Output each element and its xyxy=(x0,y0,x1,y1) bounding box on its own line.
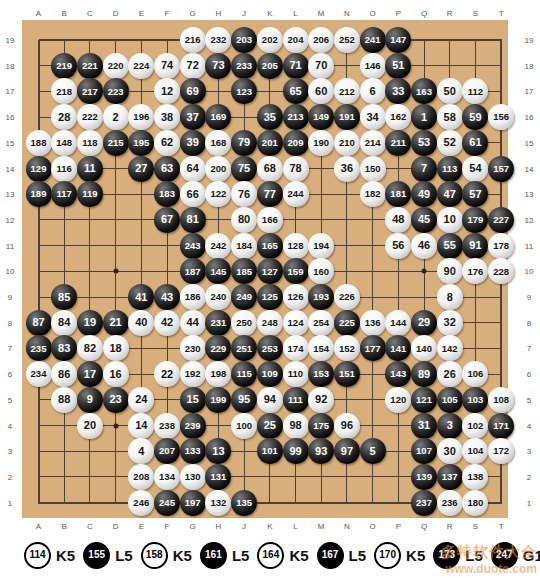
stone-O17: 6 xyxy=(360,78,386,104)
stone-F15: 62 xyxy=(154,130,180,156)
stone-O15: 214 xyxy=(360,130,386,156)
stone-M11: 194 xyxy=(308,233,334,259)
stone-R17: 50 xyxy=(437,78,463,104)
caption-point-label: G1 xyxy=(523,547,540,564)
coord-label-right: 7 xyxy=(527,344,531,353)
stone-H9: 240 xyxy=(205,284,231,310)
caption-stone-247: 247 xyxy=(491,542,518,569)
stone-R10: 90 xyxy=(437,258,463,284)
caption-stone-164: 164 xyxy=(257,542,284,569)
stone-J7: 251 xyxy=(231,335,257,361)
stone-K14: 68 xyxy=(257,156,283,182)
stone-P17: 33 xyxy=(385,78,411,104)
stone-S16: 59 xyxy=(462,104,488,130)
stone-K10: 127 xyxy=(257,258,283,284)
stone-A7: 235 xyxy=(26,335,52,361)
stone-B18: 219 xyxy=(51,53,77,79)
coord-label-bottom: R xyxy=(447,522,453,531)
stone-F9: 43 xyxy=(154,284,180,310)
stone-H5: 199 xyxy=(205,387,231,413)
stone-Q8: 29 xyxy=(411,310,437,336)
stone-P19: 147 xyxy=(385,27,411,53)
coord-label-left: 13 xyxy=(6,190,15,199)
stone-P8: 144 xyxy=(385,310,411,336)
stone-J15: 79 xyxy=(231,130,257,156)
stone-N6: 151 xyxy=(334,361,360,387)
coord-label-top: K xyxy=(267,9,272,18)
stone-L13: 244 xyxy=(283,181,309,207)
coord-label-right: 9 xyxy=(527,293,531,302)
stone-K12: 166 xyxy=(257,207,283,233)
stone-K15: 201 xyxy=(257,130,283,156)
stone-B17: 218 xyxy=(51,78,77,104)
coord-label-left: 7 xyxy=(8,344,12,353)
stone-N8: 225 xyxy=(334,310,360,336)
coord-label-top: N xyxy=(344,9,350,18)
stone-G17: 69 xyxy=(180,78,206,104)
caption-point-label: L5 xyxy=(465,547,486,564)
stone-H2: 131 xyxy=(205,464,231,490)
stone-L19: 204 xyxy=(283,27,309,53)
stone-P15: 211 xyxy=(385,130,411,156)
stone-O14: 150 xyxy=(360,156,386,182)
stone-M3: 93 xyxy=(308,438,334,464)
star-point xyxy=(113,269,118,274)
coord-label-bottom: M xyxy=(318,522,325,531)
stone-R16: 58 xyxy=(437,104,463,130)
stone-M6: 153 xyxy=(308,361,334,387)
coord-label-bottom: E xyxy=(139,522,144,531)
coord-label-bottom: P xyxy=(396,522,401,531)
stone-K7: 253 xyxy=(257,335,283,361)
stone-G5: 15 xyxy=(180,387,206,413)
coord-label-right: 16 xyxy=(525,113,534,122)
stone-F8: 42 xyxy=(154,310,180,336)
stone-R8: 32 xyxy=(437,310,463,336)
coord-label-top: D xyxy=(113,9,119,18)
stone-H7: 229 xyxy=(205,335,231,361)
stone-G9: 186 xyxy=(180,284,206,310)
stone-B15: 148 xyxy=(51,130,77,156)
star-point xyxy=(422,269,427,274)
stone-E3: 4 xyxy=(128,438,154,464)
stone-C15: 118 xyxy=(77,130,103,156)
coord-label-right: 14 xyxy=(525,164,534,173)
coord-label-right: 12 xyxy=(525,215,534,224)
stone-J10: 185 xyxy=(231,258,257,284)
stone-G10: 187 xyxy=(180,258,206,284)
stone-R12: 10 xyxy=(437,207,463,233)
stone-K6: 109 xyxy=(257,361,283,387)
stone-R2: 137 xyxy=(437,464,463,490)
stone-M4: 175 xyxy=(308,413,334,439)
stone-M8: 254 xyxy=(308,310,334,336)
stone-G11: 243 xyxy=(180,233,206,259)
stone-T16: 156 xyxy=(488,104,514,130)
stone-E2: 208 xyxy=(128,464,154,490)
stone-Q11: 46 xyxy=(411,233,437,259)
coord-label-left: 11 xyxy=(6,241,14,250)
coord-label-bottom: T xyxy=(499,522,504,531)
caption-point-label: K5 xyxy=(406,547,428,564)
stone-G2: 130 xyxy=(180,464,206,490)
stone-E8: 40 xyxy=(128,310,154,336)
stone-O7: 177 xyxy=(360,335,386,361)
stone-K19: 202 xyxy=(257,27,283,53)
stone-F14: 63 xyxy=(154,156,180,182)
coord-label-top: H xyxy=(216,9,222,18)
stone-M15: 190 xyxy=(308,130,334,156)
stone-C4: 20 xyxy=(77,413,103,439)
stone-S13: 57 xyxy=(462,181,488,207)
stone-J5: 95 xyxy=(231,387,257,413)
stone-Q1: 237 xyxy=(411,490,437,516)
stone-M10: 160 xyxy=(308,258,334,284)
stone-S11: 91 xyxy=(462,233,488,259)
stone-M17: 60 xyxy=(308,78,334,104)
stone-O19: 241 xyxy=(360,27,386,53)
stone-F18: 74 xyxy=(154,53,180,79)
coord-label-left: 2 xyxy=(8,472,12,481)
coord-label-top: A xyxy=(36,9,41,18)
caption-point-label: K5 xyxy=(289,547,311,564)
stone-R3: 30 xyxy=(437,438,463,464)
caption-stone-161: 161 xyxy=(200,542,227,569)
stone-F13: 183 xyxy=(154,181,180,207)
stone-Q4: 31 xyxy=(411,413,437,439)
coord-label-left: 12 xyxy=(6,215,15,224)
stone-B5: 88 xyxy=(51,387,77,413)
coord-label-left: 14 xyxy=(6,164,15,173)
coord-label-top: T xyxy=(499,9,504,18)
stone-L6: 110 xyxy=(283,361,309,387)
coord-label-bottom: B xyxy=(62,522,67,531)
stone-D17: 223 xyxy=(103,78,129,104)
stone-L9: 126 xyxy=(283,284,309,310)
stone-T4: 171 xyxy=(488,413,514,439)
stone-B9: 85 xyxy=(51,284,77,310)
coord-label-bottom: N xyxy=(344,522,350,531)
coord-label-right: 8 xyxy=(527,318,531,327)
coord-label-right: 13 xyxy=(525,190,534,199)
stone-B13: 117 xyxy=(51,181,77,207)
stone-H6: 198 xyxy=(205,361,231,387)
stone-T12: 227 xyxy=(488,207,514,233)
stone-N14: 36 xyxy=(334,156,360,182)
stone-M18: 70 xyxy=(308,53,334,79)
stone-B16: 28 xyxy=(51,104,77,130)
stone-G16: 37 xyxy=(180,104,206,130)
stone-K13: 77 xyxy=(257,181,283,207)
stone-J8: 250 xyxy=(231,310,257,336)
coord-label-top: B xyxy=(62,9,67,18)
coord-label-left: 1 xyxy=(8,498,12,507)
stone-J13: 76 xyxy=(231,181,257,207)
stone-F1: 245 xyxy=(154,490,180,516)
stone-R13: 47 xyxy=(437,181,463,207)
grid-line-v xyxy=(38,40,40,504)
stone-P5: 120 xyxy=(385,387,411,413)
stone-L11: 128 xyxy=(283,233,309,259)
stone-Q13: 49 xyxy=(411,181,437,207)
coord-label-bottom: K xyxy=(267,522,272,531)
stone-L10: 159 xyxy=(283,258,309,284)
stone-F17: 12 xyxy=(154,78,180,104)
stone-M19: 206 xyxy=(308,27,334,53)
stone-T11: 178 xyxy=(488,233,514,259)
stone-L7: 174 xyxy=(283,335,309,361)
stone-F2: 134 xyxy=(154,464,180,490)
coord-label-top: R xyxy=(447,9,453,18)
stone-Q6: 89 xyxy=(411,361,437,387)
coord-label-top: J xyxy=(242,9,246,18)
stone-R4: 3 xyxy=(437,413,463,439)
coord-label-right: 19 xyxy=(525,36,534,45)
stone-G12: 81 xyxy=(180,207,206,233)
stone-C6: 17 xyxy=(77,361,103,387)
coord-label-top: G xyxy=(190,9,196,18)
coord-label-right: 10 xyxy=(525,267,534,276)
stone-O8: 136 xyxy=(360,310,386,336)
coord-label-top: E xyxy=(139,9,144,18)
stone-G6: 192 xyxy=(180,361,206,387)
stone-F16: 38 xyxy=(154,104,180,130)
stone-D15: 215 xyxy=(103,130,129,156)
coord-label-left: 5 xyxy=(8,395,12,404)
coord-label-left: 9 xyxy=(8,293,12,302)
stone-T14: 157 xyxy=(488,156,514,182)
stone-N9: 226 xyxy=(334,284,360,310)
stone-L18: 71 xyxy=(283,53,309,79)
caption-point-label: L5 xyxy=(115,547,136,564)
stone-B6: 86 xyxy=(51,361,77,387)
stone-J17: 123 xyxy=(231,78,257,104)
stone-H13: 122 xyxy=(205,181,231,207)
stone-G14: 64 xyxy=(180,156,206,182)
stone-R7: 142 xyxy=(437,335,463,361)
stone-D6: 16 xyxy=(103,361,129,387)
caption-stone-167: 167 xyxy=(317,542,344,569)
coord-label-right: 17 xyxy=(525,87,534,96)
stone-M9: 193 xyxy=(308,284,334,310)
stone-B14: 116 xyxy=(51,156,77,182)
stone-E16: 196 xyxy=(128,104,154,130)
stone-L14: 78 xyxy=(283,156,309,182)
stone-L16: 213 xyxy=(283,104,309,130)
coord-label-right: 18 xyxy=(525,61,534,70)
caption-point-label: K5 xyxy=(173,547,195,564)
stone-G3: 133 xyxy=(180,438,206,464)
stone-P12: 48 xyxy=(385,207,411,233)
stone-O3: 5 xyxy=(360,438,386,464)
stone-B7: 83 xyxy=(51,335,77,361)
stone-J6: 115 xyxy=(231,361,257,387)
stone-Q17: 163 xyxy=(411,78,437,104)
stone-E5: 24 xyxy=(128,387,154,413)
coord-label-bottom: J xyxy=(242,522,246,531)
stone-G4: 239 xyxy=(180,413,206,439)
stone-A14: 129 xyxy=(26,156,52,182)
stone-D5: 23 xyxy=(103,387,129,413)
coord-label-bottom: C xyxy=(87,522,93,531)
stone-H11: 242 xyxy=(205,233,231,259)
coord-label-bottom: D xyxy=(113,522,119,531)
stone-R14: 113 xyxy=(437,156,463,182)
coord-label-left: 10 xyxy=(6,267,15,276)
stone-S17: 112 xyxy=(462,78,488,104)
stone-J12: 80 xyxy=(231,207,257,233)
stone-S1: 180 xyxy=(462,490,488,516)
stone-P18: 51 xyxy=(385,53,411,79)
coord-label-left: 8 xyxy=(8,318,12,327)
stone-H19: 232 xyxy=(205,27,231,53)
stone-L8: 124 xyxy=(283,310,309,336)
stone-N19: 252 xyxy=(334,27,360,53)
coord-label-bottom: F xyxy=(165,522,170,531)
stone-Q5: 121 xyxy=(411,387,437,413)
caption-moves: 114K5155L5158K5161L5164K5167L5170K5173L5… xyxy=(0,532,540,578)
stone-P6: 143 xyxy=(385,361,411,387)
caption-stone-114: 114 xyxy=(24,542,51,569)
stone-Q15: 53 xyxy=(411,130,437,156)
stone-D16: 2 xyxy=(103,104,129,130)
coord-label-bottom: Q xyxy=(421,522,427,531)
stone-G7: 230 xyxy=(180,335,206,361)
stone-E15: 195 xyxy=(128,130,154,156)
coord-label-right: 15 xyxy=(525,138,534,147)
coord-label-left: 4 xyxy=(8,421,12,430)
stone-J14: 75 xyxy=(231,156,257,182)
stone-H16: 169 xyxy=(205,104,231,130)
stone-B8: 84 xyxy=(51,310,77,336)
stone-C7: 82 xyxy=(77,335,103,361)
coord-label-bottom: S xyxy=(473,522,478,531)
stone-N7: 152 xyxy=(334,335,360,361)
coord-label-right: 5 xyxy=(527,395,531,404)
stone-D18: 220 xyxy=(103,53,129,79)
caption-point-label: K5 xyxy=(56,547,78,564)
stone-P11: 56 xyxy=(385,233,411,259)
stone-S6: 106 xyxy=(462,361,488,387)
coord-label-top: S xyxy=(473,9,478,18)
stone-H14: 200 xyxy=(205,156,231,182)
stone-Q16: 1 xyxy=(411,104,437,130)
stone-N16: 191 xyxy=(334,104,360,130)
stone-O16: 34 xyxy=(360,104,386,130)
stone-F4: 238 xyxy=(154,413,180,439)
coord-label-left: 6 xyxy=(8,370,12,379)
stone-R1: 236 xyxy=(437,490,463,516)
stone-Q7: 140 xyxy=(411,335,437,361)
coord-label-left: 17 xyxy=(6,87,15,96)
coord-label-right: 11 xyxy=(525,241,533,250)
coord-label-bottom: G xyxy=(190,522,196,531)
stone-H3: 13 xyxy=(205,438,231,464)
coord-label-left: 16 xyxy=(6,113,15,122)
stone-M7: 154 xyxy=(308,335,334,361)
stone-J1: 135 xyxy=(231,490,257,516)
stone-A15: 188 xyxy=(26,130,52,156)
coord-label-right: 6 xyxy=(527,370,531,379)
stone-E4: 14 xyxy=(128,413,154,439)
stone-F6: 22 xyxy=(154,361,180,387)
stone-Q3: 107 xyxy=(411,438,437,464)
stone-J9: 249 xyxy=(231,284,257,310)
stone-P16: 162 xyxy=(385,104,411,130)
coord-label-top: M xyxy=(318,9,325,18)
coord-label-top: F xyxy=(165,9,170,18)
stone-N4: 96 xyxy=(334,413,360,439)
stone-R5: 105 xyxy=(437,387,463,413)
stone-T10: 228 xyxy=(488,258,514,284)
caption-stone-158: 158 xyxy=(141,542,168,569)
stone-P7: 141 xyxy=(385,335,411,361)
coord-label-left: 3 xyxy=(8,447,12,456)
caption-stone-155: 155 xyxy=(83,542,110,569)
stone-R6: 26 xyxy=(437,361,463,387)
stone-K18: 205 xyxy=(257,53,283,79)
stone-J11: 184 xyxy=(231,233,257,259)
stone-M5: 92 xyxy=(308,387,334,413)
stone-E9: 41 xyxy=(128,284,154,310)
stone-R11: 55 xyxy=(437,233,463,259)
stone-G18: 72 xyxy=(180,53,206,79)
stone-G1: 197 xyxy=(180,490,206,516)
stone-J19: 203 xyxy=(231,27,257,53)
stone-L3: 99 xyxy=(283,438,309,464)
stone-K5: 94 xyxy=(257,387,283,413)
coord-label-top: P xyxy=(396,9,401,18)
stone-F3: 207 xyxy=(154,438,180,464)
stone-H10: 145 xyxy=(205,258,231,284)
coord-label-bottom: H xyxy=(216,522,222,531)
stone-H1: 132 xyxy=(205,490,231,516)
stone-N15: 210 xyxy=(334,130,360,156)
coord-label-bottom: O xyxy=(369,522,375,531)
stone-D8: 21 xyxy=(103,310,129,336)
stone-S4: 102 xyxy=(462,413,488,439)
stone-C17: 217 xyxy=(77,78,103,104)
stone-R9: 8 xyxy=(437,284,463,310)
stone-T5: 108 xyxy=(488,387,514,413)
stone-P13: 181 xyxy=(385,181,411,207)
stone-S15: 61 xyxy=(462,130,488,156)
stone-J18: 233 xyxy=(231,53,257,79)
stone-R15: 52 xyxy=(437,130,463,156)
stone-K11: 165 xyxy=(257,233,283,259)
coord-label-left: 19 xyxy=(6,36,15,45)
coord-label-top: C xyxy=(87,9,93,18)
stone-E18: 224 xyxy=(128,53,154,79)
stone-S3: 104 xyxy=(462,438,488,464)
caption-stone-173: 173 xyxy=(433,542,460,569)
stone-E1: 246 xyxy=(128,490,154,516)
stone-L17: 65 xyxy=(283,78,309,104)
stone-K3: 101 xyxy=(257,438,283,464)
stone-C5: 9 xyxy=(77,387,103,413)
stone-S5: 103 xyxy=(462,387,488,413)
stone-G15: 39 xyxy=(180,130,206,156)
stone-L5: 111 xyxy=(283,387,309,413)
stone-S14: 54 xyxy=(462,156,488,182)
caption-stone-170: 170 xyxy=(374,542,401,569)
stone-Q14: 7 xyxy=(411,156,437,182)
stone-E14: 27 xyxy=(128,156,154,182)
stone-M16: 149 xyxy=(308,104,334,130)
stone-H15: 168 xyxy=(205,130,231,156)
stone-N17: 212 xyxy=(334,78,360,104)
coord-label-top: O xyxy=(369,9,375,18)
